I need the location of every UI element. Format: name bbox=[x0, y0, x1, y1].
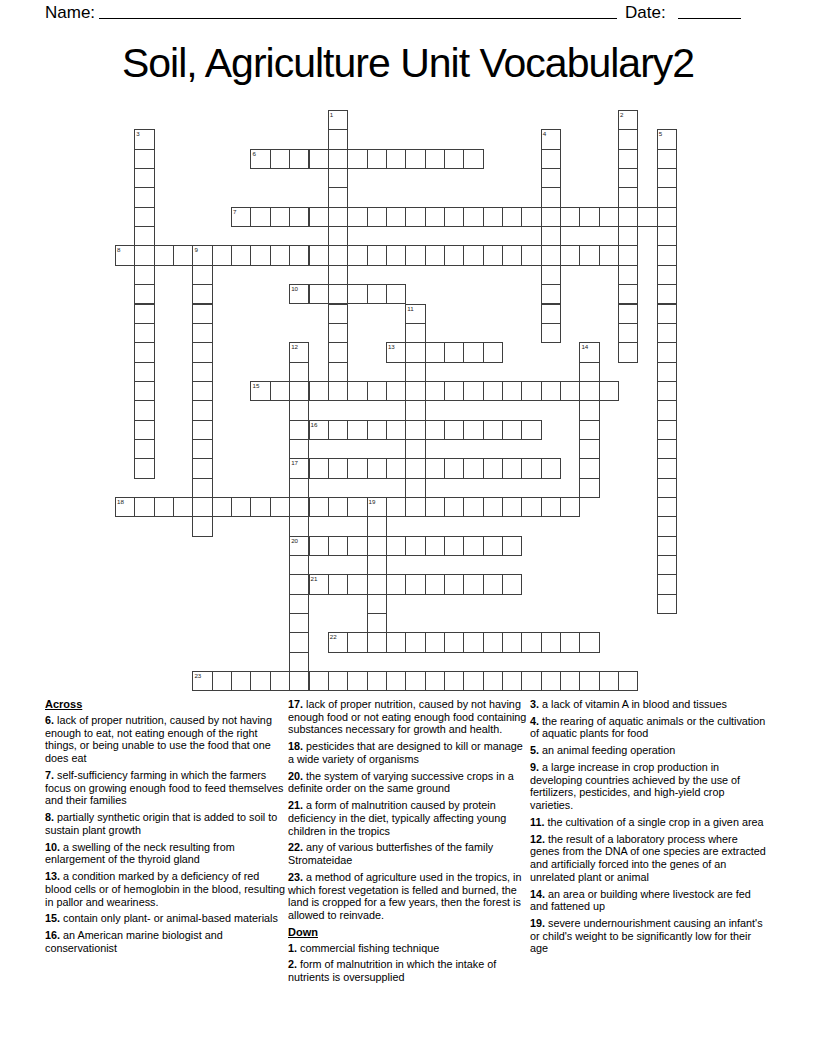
crossword-cell[interactable] bbox=[250, 207, 270, 227]
crossword-cell[interactable] bbox=[425, 574, 445, 594]
crossword-cell[interactable] bbox=[192, 439, 212, 459]
crossword-cell[interactable] bbox=[618, 342, 638, 362]
crossword-cell[interactable] bbox=[328, 245, 348, 265]
crossword-cell[interactable] bbox=[231, 497, 251, 517]
crossword-cell[interactable] bbox=[289, 245, 309, 265]
crossword-cell[interactable] bbox=[541, 207, 561, 227]
crossword-cell[interactable] bbox=[657, 516, 677, 536]
crossword-cell[interactable] bbox=[637, 207, 657, 227]
crossword-cell[interactable] bbox=[579, 207, 599, 227]
crossword-cell[interactable] bbox=[521, 245, 541, 265]
crossword-cell[interactable] bbox=[289, 652, 309, 672]
crossword-cell[interactable] bbox=[657, 187, 677, 207]
crossword-cell[interactable] bbox=[657, 594, 677, 614]
crossword-cell[interactable] bbox=[192, 284, 212, 304]
crossword-cell[interactable] bbox=[328, 574, 348, 594]
crossword-cell[interactable] bbox=[328, 226, 348, 246]
crossword-cell[interactable] bbox=[386, 381, 406, 401]
crossword-cell[interactable] bbox=[618, 304, 638, 324]
crossword-cell[interactable]: 1 bbox=[328, 110, 348, 130]
crossword-cell[interactable] bbox=[521, 207, 541, 227]
crossword-cell[interactable]: 15 bbox=[250, 381, 270, 401]
crossword-cell[interactable] bbox=[541, 226, 561, 246]
crossword-cell[interactable] bbox=[405, 574, 425, 594]
crossword-cell[interactable] bbox=[289, 613, 309, 633]
crossword-cell[interactable] bbox=[367, 555, 387, 575]
crossword-cell[interactable] bbox=[309, 245, 329, 265]
crossword-cell[interactable] bbox=[405, 497, 425, 517]
crossword-cell[interactable] bbox=[192, 342, 212, 362]
crossword-cell[interactable] bbox=[657, 245, 677, 265]
crossword-cell[interactable] bbox=[463, 632, 483, 652]
crossword-cell[interactable] bbox=[134, 323, 154, 343]
crossword-cell[interactable] bbox=[367, 594, 387, 614]
crossword-cell[interactable] bbox=[483, 420, 503, 440]
crossword-cell[interactable] bbox=[386, 149, 406, 169]
crossword-cell[interactable] bbox=[289, 497, 309, 517]
crossword-cell[interactable] bbox=[657, 497, 677, 517]
crossword-cell[interactable] bbox=[502, 420, 522, 440]
crossword-cell[interactable] bbox=[367, 284, 387, 304]
crossword-cell[interactable] bbox=[541, 671, 561, 691]
crossword-cell[interactable] bbox=[618, 265, 638, 285]
crossword-cell[interactable] bbox=[250, 497, 270, 517]
crossword-cell[interactable] bbox=[483, 574, 503, 594]
crossword-cell[interactable] bbox=[541, 149, 561, 169]
crossword-cell[interactable] bbox=[134, 420, 154, 440]
crossword-cell[interactable] bbox=[289, 516, 309, 536]
crossword-cell[interactable]: 13 bbox=[386, 342, 406, 362]
crossword-cell[interactable] bbox=[483, 671, 503, 691]
crossword-cell[interactable] bbox=[367, 420, 387, 440]
crossword-cell[interactable] bbox=[502, 381, 522, 401]
crossword-cell[interactable] bbox=[657, 381, 677, 401]
crossword-cell[interactable] bbox=[579, 671, 599, 691]
crossword-cell[interactable]: 12 bbox=[289, 342, 309, 362]
crossword-cell[interactable] bbox=[231, 245, 251, 265]
crossword-cell[interactable]: 11 bbox=[405, 304, 425, 324]
crossword-cell[interactable]: 21 bbox=[309, 574, 329, 594]
crossword-cell[interactable] bbox=[521, 381, 541, 401]
crossword-cell[interactable] bbox=[289, 478, 309, 498]
crossword-cell[interactable] bbox=[463, 574, 483, 594]
crossword-cell[interactable] bbox=[134, 342, 154, 362]
crossword-cell[interactable] bbox=[444, 497, 464, 517]
crossword-cell[interactable] bbox=[483, 458, 503, 478]
crossword-cell[interactable] bbox=[347, 284, 367, 304]
crossword-cell[interactable] bbox=[386, 284, 406, 304]
crossword-cell[interactable] bbox=[367, 671, 387, 691]
crossword-cell[interactable] bbox=[386, 671, 406, 691]
crossword-cell[interactable] bbox=[347, 381, 367, 401]
crossword-cell[interactable] bbox=[425, 536, 445, 556]
crossword-cell[interactable] bbox=[405, 149, 425, 169]
crossword-cell[interactable] bbox=[289, 381, 309, 401]
crossword-cell[interactable] bbox=[328, 168, 348, 188]
crossword-cell[interactable] bbox=[328, 671, 348, 691]
crossword-cell[interactable] bbox=[405, 323, 425, 343]
crossword-cell[interactable] bbox=[560, 632, 580, 652]
crossword-cell[interactable] bbox=[192, 516, 212, 536]
crossword-cell[interactable] bbox=[347, 671, 367, 691]
crossword-cell[interactable] bbox=[192, 420, 212, 440]
crossword-cell[interactable] bbox=[134, 245, 154, 265]
crossword-cell[interactable] bbox=[289, 149, 309, 169]
crossword-cell[interactable] bbox=[309, 284, 329, 304]
crossword-cell[interactable] bbox=[386, 207, 406, 227]
crossword-cell[interactable] bbox=[328, 129, 348, 149]
crossword-cell[interactable] bbox=[289, 400, 309, 420]
crossword-cell[interactable] bbox=[657, 478, 677, 498]
crossword-cell[interactable] bbox=[618, 207, 638, 227]
crossword-cell[interactable] bbox=[425, 632, 445, 652]
crossword-cell[interactable] bbox=[425, 497, 445, 517]
crossword-cell[interactable] bbox=[657, 458, 677, 478]
crossword-cell[interactable] bbox=[367, 149, 387, 169]
crossword-cell[interactable] bbox=[289, 555, 309, 575]
crossword-cell[interactable] bbox=[328, 536, 348, 556]
crossword-cell[interactable] bbox=[405, 458, 425, 478]
crossword-cell[interactable] bbox=[328, 207, 348, 227]
crossword-cell[interactable] bbox=[347, 245, 367, 265]
crossword-cell[interactable] bbox=[541, 284, 561, 304]
crossword-cell[interactable] bbox=[618, 671, 638, 691]
crossword-cell[interactable] bbox=[231, 671, 251, 691]
crossword-cell[interactable] bbox=[521, 458, 541, 478]
crossword-cell[interactable] bbox=[328, 323, 348, 343]
crossword-cell[interactable] bbox=[425, 342, 445, 362]
crossword-cell[interactable]: 18 bbox=[115, 497, 135, 517]
crossword-cell[interactable] bbox=[328, 149, 348, 169]
crossword-cell[interactable] bbox=[309, 458, 329, 478]
crossword-cell[interactable] bbox=[134, 381, 154, 401]
crossword-cell[interactable] bbox=[250, 245, 270, 265]
crossword-cell[interactable] bbox=[502, 536, 522, 556]
crossword-cell[interactable] bbox=[405, 478, 425, 498]
crossword-cell[interactable] bbox=[657, 168, 677, 188]
crossword-cell[interactable] bbox=[134, 439, 154, 459]
crossword-cell[interactable] bbox=[579, 458, 599, 478]
crossword-cell[interactable] bbox=[289, 207, 309, 227]
crossword-cell[interactable] bbox=[444, 671, 464, 691]
crossword-cell[interactable] bbox=[599, 671, 619, 691]
crossword-cell[interactable] bbox=[463, 207, 483, 227]
crossword-cell[interactable] bbox=[425, 245, 445, 265]
crossword-cell[interactable] bbox=[657, 536, 677, 556]
crossword-cell[interactable] bbox=[328, 497, 348, 517]
crossword-cell[interactable]: 3 bbox=[134, 129, 154, 149]
crossword-cell[interactable] bbox=[618, 284, 638, 304]
crossword-cell[interactable] bbox=[425, 671, 445, 691]
crossword-cell[interactable] bbox=[483, 207, 503, 227]
crossword-cell[interactable]: 5 bbox=[657, 129, 677, 149]
crossword-cell[interactable] bbox=[657, 420, 677, 440]
crossword-cell[interactable] bbox=[541, 497, 561, 517]
crossword-cell[interactable] bbox=[328, 284, 348, 304]
crossword-cell[interactable] bbox=[463, 245, 483, 265]
crossword-cell[interactable] bbox=[618, 323, 638, 343]
crossword-cell[interactable] bbox=[521, 671, 541, 691]
crossword-cell[interactable] bbox=[405, 400, 425, 420]
crossword-cell[interactable] bbox=[328, 265, 348, 285]
crossword-cell[interactable] bbox=[618, 187, 638, 207]
crossword-cell[interactable] bbox=[289, 439, 309, 459]
crossword-cell[interactable] bbox=[541, 632, 561, 652]
crossword-cell[interactable] bbox=[289, 362, 309, 382]
crossword-cell[interactable] bbox=[502, 207, 522, 227]
crossword-cell[interactable] bbox=[347, 632, 367, 652]
crossword-cell[interactable] bbox=[502, 632, 522, 652]
crossword-cell[interactable]: 8 bbox=[115, 245, 135, 265]
crossword-cell[interactable] bbox=[618, 129, 638, 149]
crossword-cell[interactable] bbox=[328, 362, 348, 382]
crossword-cell[interactable] bbox=[134, 187, 154, 207]
crossword-cell[interactable] bbox=[192, 265, 212, 285]
crossword-cell[interactable] bbox=[134, 400, 154, 420]
crossword-cell[interactable] bbox=[328, 458, 348, 478]
crossword-cell[interactable] bbox=[134, 149, 154, 169]
crossword-cell[interactable] bbox=[541, 304, 561, 324]
crossword-cell[interactable] bbox=[347, 149, 367, 169]
crossword-cell[interactable] bbox=[386, 574, 406, 594]
crossword-cell[interactable] bbox=[560, 207, 580, 227]
crossword-cell[interactable] bbox=[560, 381, 580, 401]
crossword-cell[interactable] bbox=[386, 632, 406, 652]
crossword-cell[interactable] bbox=[212, 245, 232, 265]
crossword-cell[interactable] bbox=[405, 342, 425, 362]
crossword-cell[interactable] bbox=[560, 497, 580, 517]
crossword-cell[interactable] bbox=[463, 497, 483, 517]
crossword-cell[interactable] bbox=[463, 381, 483, 401]
crossword-cell[interactable] bbox=[618, 226, 638, 246]
crossword-cell[interactable] bbox=[405, 632, 425, 652]
crossword-cell[interactable] bbox=[444, 458, 464, 478]
crossword-cell[interactable] bbox=[444, 536, 464, 556]
crossword-cell[interactable] bbox=[386, 497, 406, 517]
crossword-cell[interactable] bbox=[289, 420, 309, 440]
crossword-cell[interactable] bbox=[386, 245, 406, 265]
crossword-cell[interactable] bbox=[192, 458, 212, 478]
crossword-cell[interactable] bbox=[270, 245, 290, 265]
crossword-cell[interactable] bbox=[328, 420, 348, 440]
crossword-cell[interactable] bbox=[483, 245, 503, 265]
crossword-cell[interactable] bbox=[521, 632, 541, 652]
crossword-cell[interactable] bbox=[405, 207, 425, 227]
crossword-cell[interactable] bbox=[192, 323, 212, 343]
crossword-cell[interactable] bbox=[367, 516, 387, 536]
crossword-cell[interactable] bbox=[405, 362, 425, 382]
crossword-cell[interactable] bbox=[599, 381, 619, 401]
crossword-cell[interactable] bbox=[405, 536, 425, 556]
crossword-cell[interactable] bbox=[463, 671, 483, 691]
crossword-cell[interactable] bbox=[309, 381, 329, 401]
crossword-cell[interactable] bbox=[347, 207, 367, 227]
crossword-cell[interactable]: 9 bbox=[192, 245, 212, 265]
crossword-cell[interactable] bbox=[270, 381, 290, 401]
crossword-cell[interactable] bbox=[657, 362, 677, 382]
crossword-cell[interactable] bbox=[521, 420, 541, 440]
crossword-cell[interactable] bbox=[657, 342, 677, 362]
crossword-cell[interactable] bbox=[212, 497, 232, 517]
crossword-cell[interactable]: 17 bbox=[289, 458, 309, 478]
crossword-cell[interactable] bbox=[425, 381, 445, 401]
crossword-cell[interactable] bbox=[386, 458, 406, 478]
crossword-cell[interactable] bbox=[192, 400, 212, 420]
crossword-cell[interactable] bbox=[289, 574, 309, 594]
crossword-cell[interactable] bbox=[444, 245, 464, 265]
crossword-cell[interactable] bbox=[386, 536, 406, 556]
crossword-cell[interactable] bbox=[657, 207, 677, 227]
crossword-cell[interactable]: 16 bbox=[309, 420, 329, 440]
crossword-cell[interactable]: 7 bbox=[231, 207, 251, 227]
crossword-cell[interactable] bbox=[502, 497, 522, 517]
crossword-cell[interactable] bbox=[270, 149, 290, 169]
crossword-cell[interactable] bbox=[367, 574, 387, 594]
crossword-cell[interactable] bbox=[328, 187, 348, 207]
crossword-cell[interactable] bbox=[289, 594, 309, 614]
crossword-cell[interactable] bbox=[134, 168, 154, 188]
crossword-cell[interactable] bbox=[173, 497, 193, 517]
crossword-cell[interactable] bbox=[579, 632, 599, 652]
name-input-line[interactable] bbox=[99, 2, 617, 19]
crossword-cell[interactable] bbox=[599, 207, 619, 227]
crossword-cell[interactable] bbox=[134, 207, 154, 227]
crossword-cell[interactable] bbox=[309, 497, 329, 517]
crossword-cell[interactable] bbox=[347, 497, 367, 517]
crossword-cell[interactable] bbox=[367, 536, 387, 556]
crossword-cell[interactable] bbox=[521, 497, 541, 517]
crossword-cell[interactable] bbox=[134, 362, 154, 382]
crossword-cell[interactable] bbox=[463, 342, 483, 362]
crossword-cell[interactable] bbox=[463, 536, 483, 556]
crossword-cell[interactable] bbox=[367, 245, 387, 265]
crossword-cell[interactable] bbox=[405, 420, 425, 440]
crossword-cell[interactable] bbox=[192, 362, 212, 382]
crossword-cell[interactable] bbox=[579, 381, 599, 401]
crossword-cell[interactable] bbox=[502, 458, 522, 478]
crossword-cell[interactable] bbox=[657, 323, 677, 343]
crossword-cell[interactable] bbox=[134, 497, 154, 517]
crossword-cell[interactable] bbox=[347, 536, 367, 556]
crossword-cell[interactable]: 22 bbox=[328, 632, 348, 652]
crossword-cell[interactable] bbox=[657, 400, 677, 420]
crossword-cell[interactable] bbox=[657, 284, 677, 304]
crossword-cell[interactable] bbox=[192, 497, 212, 517]
crossword-cell[interactable] bbox=[444, 632, 464, 652]
crossword-cell[interactable] bbox=[134, 265, 154, 285]
crossword-cell[interactable] bbox=[444, 574, 464, 594]
crossword-cell[interactable] bbox=[367, 632, 387, 652]
crossword-cell[interactable] bbox=[579, 362, 599, 382]
crossword-cell[interactable] bbox=[483, 536, 503, 556]
crossword-cell[interactable] bbox=[347, 574, 367, 594]
crossword-cell[interactable] bbox=[173, 245, 193, 265]
crossword-cell[interactable] bbox=[541, 245, 561, 265]
crossword-cell[interactable] bbox=[425, 420, 445, 440]
crossword-cell[interactable] bbox=[405, 245, 425, 265]
crossword-cell[interactable] bbox=[657, 226, 677, 246]
crossword-cell[interactable]: 14 bbox=[579, 342, 599, 362]
crossword-cell[interactable] bbox=[541, 187, 561, 207]
crossword-cell[interactable] bbox=[618, 245, 638, 265]
crossword-cell[interactable] bbox=[541, 458, 561, 478]
crossword-cell[interactable] bbox=[212, 671, 232, 691]
crossword-cell[interactable] bbox=[657, 574, 677, 594]
crossword-cell[interactable]: 2 bbox=[618, 110, 638, 130]
crossword-cell[interactable] bbox=[444, 207, 464, 227]
crossword-cell[interactable] bbox=[425, 207, 445, 227]
crossword-cell[interactable] bbox=[309, 207, 329, 227]
crossword-cell[interactable] bbox=[463, 420, 483, 440]
crossword-cell[interactable] bbox=[154, 245, 174, 265]
crossword-cell[interactable] bbox=[541, 381, 561, 401]
crossword-cell[interactable] bbox=[444, 420, 464, 440]
crossword-cell[interactable] bbox=[134, 284, 154, 304]
crossword-cell[interactable] bbox=[502, 245, 522, 265]
crossword-cell[interactable] bbox=[347, 458, 367, 478]
crossword-cell[interactable] bbox=[309, 671, 329, 691]
crossword-cell[interactable] bbox=[367, 613, 387, 633]
crossword-cell[interactable] bbox=[289, 671, 309, 691]
crossword-cell[interactable] bbox=[541, 265, 561, 285]
crossword-cell[interactable] bbox=[328, 304, 348, 324]
crossword-cell[interactable]: 23 bbox=[192, 671, 212, 691]
crossword-cell[interactable] bbox=[618, 168, 638, 188]
crossword-cell[interactable] bbox=[483, 632, 503, 652]
crossword-cell[interactable] bbox=[560, 245, 580, 265]
crossword-cell[interactable] bbox=[250, 671, 270, 691]
crossword-cell[interactable] bbox=[657, 149, 677, 169]
crossword-cell[interactable] bbox=[328, 342, 348, 362]
crossword-cell[interactable] bbox=[463, 149, 483, 169]
crossword-cell[interactable] bbox=[657, 304, 677, 324]
crossword-cell[interactable] bbox=[579, 420, 599, 440]
crossword-cell[interactable] bbox=[579, 478, 599, 498]
crossword-cell[interactable] bbox=[192, 304, 212, 324]
crossword-cell[interactable] bbox=[154, 497, 174, 517]
crossword-cell[interactable] bbox=[192, 381, 212, 401]
crossword-cell[interactable] bbox=[425, 458, 445, 478]
crossword-cell[interactable] bbox=[347, 420, 367, 440]
crossword-cell[interactable] bbox=[405, 671, 425, 691]
crossword-cell[interactable] bbox=[541, 168, 561, 188]
crossword-cell[interactable] bbox=[309, 536, 329, 556]
crossword-cell[interactable] bbox=[405, 439, 425, 459]
crossword-cell[interactable] bbox=[560, 671, 580, 691]
crossword-cell[interactable] bbox=[386, 420, 406, 440]
crossword-cell[interactable] bbox=[444, 149, 464, 169]
crossword-cell[interactable] bbox=[425, 149, 445, 169]
crossword-cell[interactable] bbox=[483, 381, 503, 401]
crossword-cell[interactable] bbox=[483, 342, 503, 362]
crossword-cell[interactable] bbox=[579, 439, 599, 459]
crossword-cell[interactable] bbox=[270, 207, 290, 227]
crossword-cell[interactable] bbox=[328, 381, 348, 401]
crossword-cell[interactable]: 10 bbox=[289, 284, 309, 304]
crossword-cell[interactable] bbox=[134, 226, 154, 246]
crossword-cell[interactable]: 6 bbox=[250, 149, 270, 169]
crossword-cell[interactable] bbox=[367, 207, 387, 227]
crossword-cell[interactable] bbox=[270, 497, 290, 517]
crossword-cell[interactable] bbox=[502, 671, 522, 691]
crossword-cell[interactable] bbox=[618, 149, 638, 169]
crossword-cell[interactable] bbox=[483, 497, 503, 517]
crossword-cell[interactable] bbox=[134, 304, 154, 324]
crossword-cell[interactable] bbox=[192, 478, 212, 498]
crossword-cell[interactable] bbox=[444, 381, 464, 401]
crossword-cell[interactable] bbox=[134, 458, 154, 478]
crossword-cell[interactable] bbox=[579, 245, 599, 265]
